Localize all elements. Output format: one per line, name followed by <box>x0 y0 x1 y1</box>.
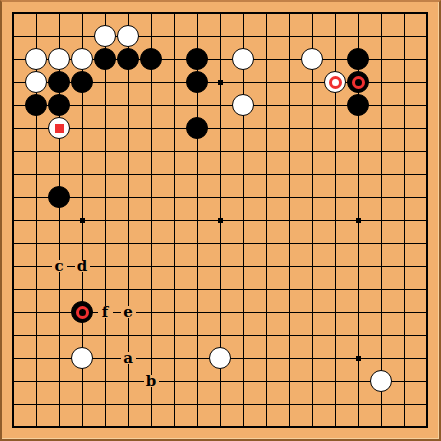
intersection <box>71 370 94 393</box>
intersection <box>324 163 347 186</box>
intersection <box>186 416 209 439</box>
point-label-f: f <box>98 306 113 318</box>
intersection <box>301 393 324 416</box>
intersection <box>255 209 278 232</box>
intersection: c <box>48 255 71 278</box>
intersection <box>140 25 163 48</box>
intersection <box>163 140 186 163</box>
intersection <box>370 163 393 186</box>
intersection <box>186 48 209 71</box>
intersection <box>347 370 370 393</box>
white-stone-circle-marked <box>324 71 346 93</box>
intersection <box>255 163 278 186</box>
intersection <box>209 71 232 94</box>
intersection <box>255 301 278 324</box>
intersection <box>186 324 209 347</box>
intersection <box>370 117 393 140</box>
black-stone <box>140 48 162 70</box>
intersection <box>2 25 25 48</box>
intersection <box>324 324 347 347</box>
intersection <box>117 278 140 301</box>
intersection <box>232 301 255 324</box>
intersection <box>2 140 25 163</box>
intersection <box>278 324 301 347</box>
intersection <box>163 2 186 25</box>
go-board: cdfeab <box>0 0 441 441</box>
intersection <box>186 370 209 393</box>
intersection <box>140 163 163 186</box>
intersection <box>2 278 25 301</box>
intersection <box>416 232 439 255</box>
intersection <box>416 347 439 370</box>
black-stone <box>347 48 369 70</box>
intersection <box>347 301 370 324</box>
intersection <box>117 370 140 393</box>
intersection <box>324 209 347 232</box>
intersection <box>94 416 117 439</box>
intersection <box>48 48 71 71</box>
intersection <box>324 232 347 255</box>
black-stone-circle-marked <box>347 71 369 93</box>
intersection <box>25 71 48 94</box>
intersection <box>416 163 439 186</box>
intersection <box>324 48 347 71</box>
intersection <box>186 255 209 278</box>
intersection <box>25 117 48 140</box>
intersection <box>209 232 232 255</box>
intersection <box>278 255 301 278</box>
intersection <box>347 232 370 255</box>
intersection <box>25 163 48 186</box>
intersection <box>163 324 186 347</box>
intersection <box>163 48 186 71</box>
intersection <box>117 140 140 163</box>
intersection <box>94 324 117 347</box>
intersection <box>25 370 48 393</box>
intersection <box>324 25 347 48</box>
intersection <box>393 94 416 117</box>
intersection <box>393 71 416 94</box>
intersection <box>393 301 416 324</box>
intersection <box>140 140 163 163</box>
intersection <box>278 117 301 140</box>
intersection <box>347 2 370 25</box>
intersection <box>255 278 278 301</box>
intersection <box>94 2 117 25</box>
intersection <box>301 416 324 439</box>
intersection <box>117 255 140 278</box>
intersection <box>2 255 25 278</box>
intersection: e <box>117 301 140 324</box>
intersection <box>255 140 278 163</box>
intersection <box>255 117 278 140</box>
intersection <box>278 48 301 71</box>
white-stone-square-marked <box>48 117 70 139</box>
intersection <box>324 416 347 439</box>
intersection <box>163 370 186 393</box>
intersection <box>25 94 48 117</box>
intersection <box>370 301 393 324</box>
intersection <box>416 278 439 301</box>
intersection <box>94 347 117 370</box>
intersection <box>301 163 324 186</box>
intersection: d <box>71 255 94 278</box>
intersection <box>163 117 186 140</box>
intersection <box>324 94 347 117</box>
white-stone <box>71 48 93 70</box>
intersection: a <box>117 347 140 370</box>
intersection <box>393 186 416 209</box>
intersection <box>393 393 416 416</box>
intersection <box>255 232 278 255</box>
intersection <box>301 186 324 209</box>
intersection <box>2 94 25 117</box>
intersection <box>301 255 324 278</box>
intersection <box>163 71 186 94</box>
intersection <box>48 2 71 25</box>
intersection <box>324 117 347 140</box>
intersection <box>232 163 255 186</box>
intersection <box>370 2 393 25</box>
intersection <box>255 393 278 416</box>
intersection <box>186 163 209 186</box>
intersection <box>186 2 209 25</box>
white-stone <box>301 48 323 70</box>
intersection <box>94 25 117 48</box>
intersection <box>416 301 439 324</box>
intersection <box>232 370 255 393</box>
intersection <box>140 117 163 140</box>
white-stone <box>370 370 392 392</box>
black-stone-circle-marked <box>71 301 93 323</box>
intersection <box>370 416 393 439</box>
intersection <box>25 301 48 324</box>
intersection <box>393 416 416 439</box>
intersection <box>94 48 117 71</box>
intersection <box>25 416 48 439</box>
intersection <box>71 301 94 324</box>
intersection <box>163 278 186 301</box>
intersection <box>163 25 186 48</box>
black-stone <box>347 94 369 116</box>
intersection <box>393 232 416 255</box>
intersection <box>2 232 25 255</box>
intersection <box>393 324 416 347</box>
intersection <box>301 301 324 324</box>
intersection <box>324 370 347 393</box>
intersection: b <box>140 370 163 393</box>
point-label-c: c <box>52 260 67 272</box>
intersection <box>301 48 324 71</box>
intersection <box>140 209 163 232</box>
intersection <box>370 25 393 48</box>
intersection <box>186 71 209 94</box>
intersection <box>416 71 439 94</box>
point-label-d: d <box>75 260 90 272</box>
intersection <box>140 48 163 71</box>
intersection <box>140 347 163 370</box>
intersection <box>25 209 48 232</box>
intersection <box>140 71 163 94</box>
intersection <box>48 71 71 94</box>
intersection <box>140 232 163 255</box>
intersection <box>25 278 48 301</box>
intersection <box>48 209 71 232</box>
intersection <box>186 25 209 48</box>
intersection <box>301 71 324 94</box>
intersection <box>370 278 393 301</box>
intersection <box>278 278 301 301</box>
intersection <box>209 393 232 416</box>
intersection <box>347 278 370 301</box>
intersection <box>163 186 186 209</box>
intersection <box>71 209 94 232</box>
intersection <box>393 278 416 301</box>
intersection <box>278 370 301 393</box>
intersection <box>232 278 255 301</box>
intersection <box>347 416 370 439</box>
intersection <box>278 209 301 232</box>
intersection <box>301 347 324 370</box>
intersection <box>393 140 416 163</box>
intersection <box>209 94 232 117</box>
intersection <box>94 255 117 278</box>
intersection <box>232 209 255 232</box>
intersection <box>140 186 163 209</box>
intersection <box>25 25 48 48</box>
intersection <box>347 117 370 140</box>
square-mark-icon <box>55 124 64 133</box>
intersection <box>48 370 71 393</box>
intersection <box>393 25 416 48</box>
intersection <box>186 278 209 301</box>
white-stone <box>232 48 254 70</box>
white-stone <box>117 25 139 47</box>
intersection <box>117 25 140 48</box>
intersection <box>71 393 94 416</box>
intersection <box>278 232 301 255</box>
circle-mark-icon <box>329 76 342 89</box>
intersection <box>94 370 117 393</box>
intersection <box>347 393 370 416</box>
black-stone <box>71 71 93 93</box>
intersection <box>186 94 209 117</box>
intersection <box>209 301 232 324</box>
intersection <box>117 416 140 439</box>
intersection <box>71 347 94 370</box>
intersection <box>301 232 324 255</box>
intersection <box>232 393 255 416</box>
intersection <box>416 48 439 71</box>
intersection <box>163 301 186 324</box>
intersection <box>301 209 324 232</box>
intersection <box>2 186 25 209</box>
intersection <box>94 278 117 301</box>
intersection <box>140 2 163 25</box>
intersection <box>209 140 232 163</box>
circle-mark-icon <box>76 306 89 319</box>
intersection <box>71 186 94 209</box>
intersection <box>140 94 163 117</box>
intersection <box>117 186 140 209</box>
intersection <box>324 255 347 278</box>
intersection <box>416 209 439 232</box>
intersection <box>117 71 140 94</box>
point-label-b: b <box>144 375 159 387</box>
intersection <box>140 416 163 439</box>
intersection <box>370 94 393 117</box>
intersection <box>2 301 25 324</box>
intersection <box>255 370 278 393</box>
intersection <box>393 117 416 140</box>
intersection <box>416 255 439 278</box>
intersection <box>370 255 393 278</box>
point-label-a: a <box>121 352 136 364</box>
intersection <box>324 140 347 163</box>
intersection <box>48 301 71 324</box>
board-intersections: cdfeab <box>2 2 439 439</box>
intersection <box>416 416 439 439</box>
intersection <box>416 140 439 163</box>
intersection <box>117 117 140 140</box>
intersection <box>278 393 301 416</box>
intersection <box>48 416 71 439</box>
intersection <box>94 71 117 94</box>
intersection <box>393 347 416 370</box>
intersection <box>324 347 347 370</box>
white-stone <box>25 71 47 93</box>
intersection <box>117 393 140 416</box>
intersection <box>347 140 370 163</box>
intersection <box>301 324 324 347</box>
intersection <box>71 25 94 48</box>
intersection <box>48 232 71 255</box>
intersection <box>48 393 71 416</box>
intersection <box>186 209 209 232</box>
point-label-e: e <box>121 306 136 318</box>
intersection <box>163 416 186 439</box>
intersection <box>163 347 186 370</box>
intersection <box>48 94 71 117</box>
intersection <box>278 163 301 186</box>
intersection <box>232 232 255 255</box>
intersection <box>163 232 186 255</box>
intersection <box>94 186 117 209</box>
intersection <box>94 117 117 140</box>
intersection <box>117 48 140 71</box>
intersection <box>25 140 48 163</box>
white-stone <box>209 347 231 369</box>
intersection <box>278 347 301 370</box>
intersection <box>71 163 94 186</box>
intersection <box>347 347 370 370</box>
intersection <box>25 48 48 71</box>
intersection <box>301 117 324 140</box>
intersection <box>94 163 117 186</box>
intersection <box>25 186 48 209</box>
intersection <box>347 324 370 347</box>
intersection <box>347 94 370 117</box>
white-stone <box>48 48 70 70</box>
intersection <box>347 186 370 209</box>
intersection <box>25 393 48 416</box>
intersection <box>232 416 255 439</box>
intersection <box>301 278 324 301</box>
intersection <box>140 278 163 301</box>
intersection <box>2 163 25 186</box>
white-stone <box>94 25 116 47</box>
intersection <box>94 209 117 232</box>
intersection <box>416 94 439 117</box>
intersection <box>370 232 393 255</box>
intersection <box>370 324 393 347</box>
intersection <box>416 370 439 393</box>
intersection <box>232 48 255 71</box>
intersection <box>48 347 71 370</box>
intersection <box>255 347 278 370</box>
intersection <box>2 117 25 140</box>
intersection <box>255 48 278 71</box>
black-stone <box>48 94 70 116</box>
intersection <box>140 324 163 347</box>
white-stone <box>232 94 254 116</box>
intersection <box>278 301 301 324</box>
intersection <box>347 163 370 186</box>
intersection <box>370 370 393 393</box>
intersection <box>2 370 25 393</box>
intersection <box>209 278 232 301</box>
intersection <box>209 117 232 140</box>
black-stone <box>25 94 47 116</box>
intersection <box>324 71 347 94</box>
intersection <box>186 186 209 209</box>
intersection <box>232 25 255 48</box>
intersection <box>25 2 48 25</box>
circle-mark-icon <box>352 76 365 89</box>
intersection <box>71 140 94 163</box>
intersection <box>324 301 347 324</box>
intersection <box>25 232 48 255</box>
intersection <box>301 370 324 393</box>
intersection <box>232 140 255 163</box>
intersection <box>255 324 278 347</box>
intersection <box>117 2 140 25</box>
intersection <box>186 232 209 255</box>
intersection <box>393 370 416 393</box>
intersection <box>232 71 255 94</box>
black-stone <box>117 48 139 70</box>
intersection <box>393 48 416 71</box>
intersection <box>48 163 71 186</box>
intersection <box>416 393 439 416</box>
intersection <box>324 278 347 301</box>
intersection <box>209 48 232 71</box>
intersection <box>255 94 278 117</box>
intersection <box>347 25 370 48</box>
intersection <box>393 2 416 25</box>
intersection <box>2 2 25 25</box>
intersection <box>393 255 416 278</box>
intersection <box>324 186 347 209</box>
intersection <box>71 232 94 255</box>
intersection <box>232 347 255 370</box>
intersection <box>163 163 186 186</box>
intersection <box>416 186 439 209</box>
intersection <box>209 347 232 370</box>
intersection <box>25 347 48 370</box>
intersection <box>370 48 393 71</box>
intersection <box>117 94 140 117</box>
